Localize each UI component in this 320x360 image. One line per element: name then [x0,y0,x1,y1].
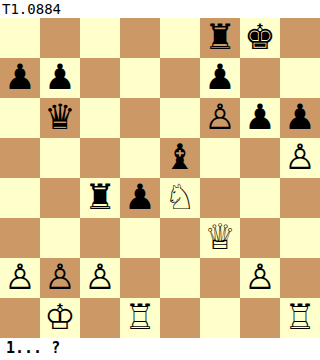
square-d6[interactable] [120,98,160,138]
piece-black-queen: ♛ [44,98,75,137]
square-a1[interactable] [0,298,40,338]
square-c2[interactable]: ♙ [80,258,120,298]
piece-white-knight: ♘ [164,178,195,217]
square-f3[interactable]: ♕ [200,218,240,258]
piece-black-pawn: ♟ [44,58,75,97]
piece-black-pawn: ♟ [4,58,35,97]
square-f2[interactable] [200,258,240,298]
chess-board: ♜♚♟♟♟♛♙♟♟♝♙♜♟♘♕♙♙♙♙♔♖♖ [0,18,320,338]
piece-white-rook: ♖ [284,298,315,337]
square-c4[interactable]: ♜ [80,178,120,218]
square-h7[interactable] [280,58,320,98]
square-g6[interactable]: ♟ [240,98,280,138]
square-b4[interactable] [40,178,80,218]
piece-white-pawn: ♙ [4,258,35,297]
square-h1[interactable]: ♖ [280,298,320,338]
square-g7[interactable] [240,58,280,98]
square-b7[interactable]: ♟ [40,58,80,98]
square-g8[interactable]: ♚ [240,18,280,58]
square-d1[interactable]: ♖ [120,298,160,338]
move-prompt-label: 1... ? [0,338,320,360]
square-a2[interactable]: ♙ [0,258,40,298]
piece-black-king: ♚ [244,18,275,57]
square-f1[interactable] [200,298,240,338]
piece-white-queen: ♕ [204,218,235,257]
square-c1[interactable] [80,298,120,338]
square-e6[interactable] [160,98,200,138]
square-b5[interactable] [40,138,80,178]
square-b6[interactable]: ♛ [40,98,80,138]
square-a5[interactable] [0,138,40,178]
square-c8[interactable] [80,18,120,58]
piece-white-king: ♔ [44,298,75,337]
square-f6[interactable]: ♙ [200,98,240,138]
square-f7[interactable]: ♟ [200,58,240,98]
square-e2[interactable] [160,258,200,298]
square-d2[interactable] [120,258,160,298]
square-b2[interactable]: ♙ [40,258,80,298]
square-g5[interactable] [240,138,280,178]
piece-black-bishop: ♝ [164,138,195,177]
piece-white-pawn: ♙ [284,138,315,177]
square-e1[interactable] [160,298,200,338]
square-b3[interactable] [40,218,80,258]
square-c3[interactable] [80,218,120,258]
square-h6[interactable]: ♟ [280,98,320,138]
square-f5[interactable] [200,138,240,178]
square-h2[interactable] [280,258,320,298]
piece-white-pawn: ♙ [44,258,75,297]
piece-black-pawn: ♟ [124,178,155,217]
square-e8[interactable] [160,18,200,58]
square-f8[interactable]: ♜ [200,18,240,58]
piece-black-pawn: ♟ [284,98,315,137]
square-e5[interactable]: ♝ [160,138,200,178]
square-a3[interactable] [0,218,40,258]
piece-black-rook: ♜ [204,18,235,57]
square-g2[interactable]: ♙ [240,258,280,298]
square-b8[interactable] [40,18,80,58]
square-c7[interactable] [80,58,120,98]
square-e3[interactable] [160,218,200,258]
piece-white-pawn: ♙ [244,258,275,297]
square-d8[interactable] [120,18,160,58]
piece-black-pawn: ♟ [204,58,235,97]
square-e7[interactable] [160,58,200,98]
square-d4[interactable]: ♟ [120,178,160,218]
square-b1[interactable]: ♔ [40,298,80,338]
square-d7[interactable] [120,58,160,98]
square-f4[interactable] [200,178,240,218]
chess-puzzle-page: T1.0884 ♜♚♟♟♟♛♙♟♟♝♙♜♟♘♕♙♙♙♙♔♖♖ 1... ? [0,0,320,360]
square-c5[interactable] [80,138,120,178]
square-c6[interactable] [80,98,120,138]
square-h3[interactable] [280,218,320,258]
square-g3[interactable] [240,218,280,258]
piece-white-pawn: ♙ [204,98,235,137]
square-a8[interactable] [0,18,40,58]
square-d5[interactable] [120,138,160,178]
square-d3[interactable] [120,218,160,258]
piece-white-rook: ♖ [124,298,155,337]
piece-white-pawn: ♙ [84,258,115,297]
puzzle-id-label: T1.0884 [0,0,320,18]
piece-black-rook: ♜ [84,178,115,217]
square-g4[interactable] [240,178,280,218]
square-h8[interactable] [280,18,320,58]
square-e4[interactable]: ♘ [160,178,200,218]
piece-black-pawn: ♟ [244,98,275,137]
square-h5[interactable]: ♙ [280,138,320,178]
square-a7[interactable]: ♟ [0,58,40,98]
square-a6[interactable] [0,98,40,138]
square-g1[interactable] [240,298,280,338]
square-h4[interactable] [280,178,320,218]
square-a4[interactable] [0,178,40,218]
